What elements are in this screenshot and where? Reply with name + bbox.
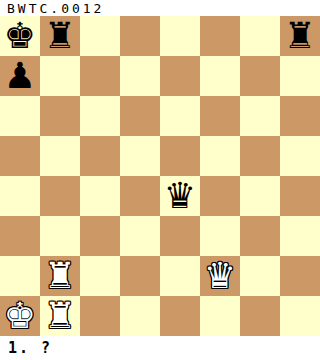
square-a5[interactable]: [0, 136, 40, 176]
square-g2[interactable]: [240, 256, 280, 296]
square-h4[interactable]: [280, 176, 320, 216]
move-prompt: 1. ?: [0, 336, 320, 360]
square-e2[interactable]: [160, 256, 200, 296]
square-d2[interactable]: [120, 256, 160, 296]
square-g3[interactable]: [240, 216, 280, 256]
square-b1[interactable]: ♜: [40, 296, 80, 336]
white-rook: ♜: [44, 258, 76, 294]
square-b8[interactable]: ♜: [40, 16, 80, 56]
white-queen: ♛: [204, 258, 236, 294]
square-h6[interactable]: [280, 96, 320, 136]
square-d8[interactable]: [120, 16, 160, 56]
square-h5[interactable]: [280, 136, 320, 176]
square-h8[interactable]: ♜: [280, 16, 320, 56]
square-e4[interactable]: ♛: [160, 176, 200, 216]
square-e7[interactable]: [160, 56, 200, 96]
square-f5[interactable]: [200, 136, 240, 176]
white-king: ♚: [4, 298, 36, 334]
black-pawn: ♟: [4, 58, 36, 94]
square-f8[interactable]: [200, 16, 240, 56]
square-a8[interactable]: ♚: [0, 16, 40, 56]
square-e1[interactable]: [160, 296, 200, 336]
square-g5[interactable]: [240, 136, 280, 176]
square-g8[interactable]: [240, 16, 280, 56]
square-b6[interactable]: [40, 96, 80, 136]
square-b2[interactable]: ♜: [40, 256, 80, 296]
black-king: ♚: [4, 18, 36, 54]
square-d4[interactable]: [120, 176, 160, 216]
square-a1[interactable]: ♚: [0, 296, 40, 336]
square-g6[interactable]: [240, 96, 280, 136]
square-c8[interactable]: [80, 16, 120, 56]
square-f2[interactable]: ♛: [200, 256, 240, 296]
square-c4[interactable]: [80, 176, 120, 216]
square-e6[interactable]: [160, 96, 200, 136]
square-h7[interactable]: [280, 56, 320, 96]
square-g7[interactable]: [240, 56, 280, 96]
square-a7[interactable]: ♟: [0, 56, 40, 96]
square-h3[interactable]: [280, 216, 320, 256]
square-f6[interactable]: [200, 96, 240, 136]
black-rook: ♜: [284, 18, 316, 54]
square-c6[interactable]: [80, 96, 120, 136]
square-g1[interactable]: [240, 296, 280, 336]
square-a3[interactable]: [0, 216, 40, 256]
square-c1[interactable]: [80, 296, 120, 336]
square-b4[interactable]: [40, 176, 80, 216]
square-e5[interactable]: [160, 136, 200, 176]
square-d7[interactable]: [120, 56, 160, 96]
black-queen: ♛: [164, 178, 196, 214]
square-d3[interactable]: [120, 216, 160, 256]
chess-board: ♚♜♜♟♛♜♛♚♜: [0, 16, 320, 336]
square-h2[interactable]: [280, 256, 320, 296]
square-f4[interactable]: [200, 176, 240, 216]
white-rook: ♜: [44, 298, 76, 334]
square-c2[interactable]: [80, 256, 120, 296]
square-b7[interactable]: [40, 56, 80, 96]
square-d6[interactable]: [120, 96, 160, 136]
square-d1[interactable]: [120, 296, 160, 336]
square-f7[interactable]: [200, 56, 240, 96]
square-c5[interactable]: [80, 136, 120, 176]
square-b5[interactable]: [40, 136, 80, 176]
square-f3[interactable]: [200, 216, 240, 256]
square-a6[interactable]: [0, 96, 40, 136]
square-e3[interactable]: [160, 216, 200, 256]
square-g4[interactable]: [240, 176, 280, 216]
square-e8[interactable]: [160, 16, 200, 56]
square-a4[interactable]: [0, 176, 40, 216]
square-b3[interactable]: [40, 216, 80, 256]
square-c7[interactable]: [80, 56, 120, 96]
square-a2[interactable]: [0, 256, 40, 296]
black-rook: ♜: [44, 18, 76, 54]
square-c3[interactable]: [80, 216, 120, 256]
square-h1[interactable]: [280, 296, 320, 336]
square-f1[interactable]: [200, 296, 240, 336]
square-d5[interactable]: [120, 136, 160, 176]
problem-id-label: BWTC.0012: [0, 0, 320, 16]
